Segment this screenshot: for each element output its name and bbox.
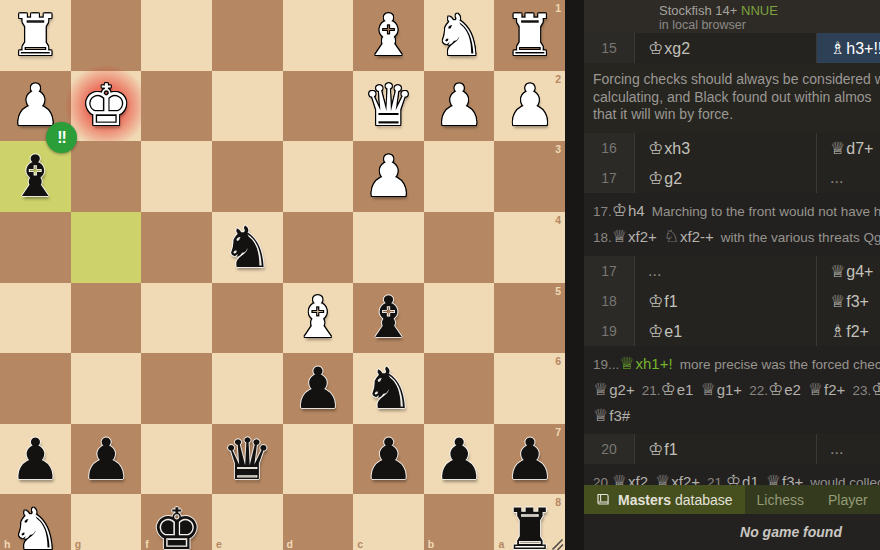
variation-move[interactable]: ♕xf2+ <box>655 473 700 486</box>
variation-move[interactable]: ♕xf2 <box>612 473 648 486</box>
white-move[interactable]: ♔f1 <box>634 286 816 316</box>
square-d1[interactable] <box>283 0 354 71</box>
square-g1[interactable] <box>71 0 142 71</box>
piece-letter-icon: ♔ <box>648 138 663 158</box>
square-d3[interactable] <box>283 141 354 212</box>
rank-label-3: 3 <box>555 143 561 155</box>
variation-move[interactable]: ♕f3+ <box>766 473 804 486</box>
square-e2[interactable] <box>212 71 283 142</box>
analysis-panel: Stockfish 14+ NNUE in local browser 15♔x… <box>565 0 880 550</box>
square-e1[interactable] <box>212 0 283 71</box>
square-g4[interactable] <box>71 212 142 283</box>
white-move[interactable]: ♔f1 <box>634 434 816 464</box>
variation-move[interactable]: ♔e1 <box>660 381 693 398</box>
piece-letter-icon: ♕ <box>830 138 845 158</box>
square-c5[interactable]: ♝ <box>353 283 424 354</box>
board-grid[interactable]: ♜♝♞♜1♟♚♛♟♟2♝♟3♞4♝♝5♟♞6♟♟♛♟♟♟7♞♚♜8 <box>0 0 565 550</box>
variation-move[interactable]: ♕xf2+ <box>612 228 657 245</box>
black-move[interactable]: ♕d7+ <box>816 133 880 163</box>
variation-line: 19...♕xh1+!more precise was the forced c… <box>593 351 880 377</box>
black-move[interactable]: ♕g4+ <box>816 256 880 286</box>
square-d2[interactable] <box>283 71 354 142</box>
piece-letter-icon: ♘ <box>664 226 679 246</box>
move-number: 15 <box>584 33 634 63</box>
variation-line: 17.♔h4Marching to the front would not ha… <box>593 198 880 224</box>
black-move[interactable]: ... <box>816 434 880 464</box>
move-row: 17♔g2... <box>584 163 880 193</box>
variation-block[interactable]: 17.♔h4Marching to the front would not ha… <box>584 193 880 256</box>
piece-black-pawn[interactable]: ♟ <box>424 424 495 495</box>
square-g7[interactable]: ♟ <box>71 424 142 495</box>
tab-label-bold: Masters <box>618 492 671 508</box>
piece-letter-icon: ♕ <box>593 405 608 425</box>
square-c2[interactable]: ♛ <box>353 71 424 142</box>
square-e6[interactable] <box>212 353 283 424</box>
rank-label-7: 7 <box>555 426 561 438</box>
rank-label-8: 8 <box>555 496 561 508</box>
square-g5[interactable] <box>71 283 142 354</box>
variation-move[interactable]: ♔h4 <box>612 202 645 219</box>
variation-line: ♕g2+21.♔e1♕g1+22.♔e2♕f2+23.♔d3♘ <box>593 377 880 403</box>
square-c7[interactable]: ♟ <box>353 424 424 495</box>
square-d7[interactable] <box>283 424 354 495</box>
piece-white-pawn[interactable]: ♟ <box>424 71 495 142</box>
square-b7[interactable]: ♟ <box>424 424 495 495</box>
file-label-b: b <box>428 538 434 550</box>
variation-text: more precise was the forced checkm <box>680 357 880 372</box>
white-move[interactable]: ♔xh3 <box>634 133 816 163</box>
black-move[interactable]: ♗f2+ <box>816 316 880 346</box>
tab-label: Player <box>828 492 868 508</box>
variation-line: 18.♕xf2+♘xf2-+with the various threats Q… <box>593 224 880 250</box>
chess-board[interactable]: ♜♝♞♜1♟♚♛♟♟2♝♟3♞4♝♝5♟♞6♟♟♛♟♟♟7♞♚♜8 hgfedc… <box>0 0 565 550</box>
square-f6[interactable] <box>141 353 212 424</box>
file-label-d: d <box>287 538 293 550</box>
variation-move[interactable]: ♔d1 <box>726 473 759 486</box>
square-b6[interactable] <box>424 353 495 424</box>
move-number: 19 <box>584 316 634 346</box>
square-h7[interactable]: ♟ <box>0 424 71 495</box>
variation-block[interactable]: 19...♕xh1+!more precise was the forced c… <box>584 346 880 434</box>
piece-letter-icon: ♕ <box>808 379 823 399</box>
piece-black-knight[interactable]: ♞ <box>353 353 424 424</box>
piece-white-queen[interactable]: ♛ <box>353 71 424 142</box>
square-d5[interactable]: ♝ <box>283 283 354 354</box>
variation-block[interactable]: 20.♕xf2♕xf2+21.♔d1♕f3+would collect to <box>584 464 880 486</box>
variation-move[interactable]: ♘xf2-+ <box>664 228 714 245</box>
comment-line: calculating, and Black found out within … <box>593 89 880 107</box>
book-icon <box>596 493 610 506</box>
move-row: 17...♕g4+ <box>584 256 880 286</box>
piece-letter-icon: ♔ <box>648 38 663 58</box>
file-label-f: f <box>145 538 149 550</box>
move-number: 16 <box>584 133 634 163</box>
square-h6[interactable] <box>0 353 71 424</box>
rank-label-5: 5 <box>555 285 561 297</box>
variation-line: ♕f3# <box>593 403 880 428</box>
square-c1[interactable]: ♝ <box>353 0 424 71</box>
square-d6[interactable]: ♟ <box>283 353 354 424</box>
square-a2[interactable]: ♟2 <box>494 71 565 142</box>
database-results: No game found <box>584 514 880 550</box>
square-e4[interactable]: ♞ <box>212 212 283 283</box>
square-c4[interactable] <box>353 212 424 283</box>
move-row: 16♔xh3♕d7+ <box>584 133 880 163</box>
square-f5[interactable] <box>141 283 212 354</box>
move-row: 19♔e1♗f2+ <box>584 316 880 346</box>
square-a4[interactable]: 4 <box>494 212 565 283</box>
piece-black-pawn[interactable]: ♟ <box>283 353 354 424</box>
square-g6[interactable] <box>71 353 142 424</box>
piece-letter-icon: ♔ <box>768 379 783 399</box>
tab-label: Lichess <box>757 492 804 508</box>
file-coordinates: hgfedcba <box>0 538 565 550</box>
variation-move[interactable]: ♕xh1+! <box>619 355 672 372</box>
variation-move[interactable]: ♔d3 <box>871 381 880 398</box>
piece-letter-icon: ♕ <box>655 471 670 486</box>
black-move[interactable]: ♕f3+ <box>816 286 880 316</box>
piece-letter-icon: ♔ <box>648 439 663 459</box>
black-move[interactable]: ... <box>816 163 880 193</box>
square-a7[interactable]: ♟7 <box>494 424 565 495</box>
no-game-found-message: No game found <box>584 524 880 540</box>
rank-label-6: 6 <box>555 355 561 367</box>
board-resize-handle[interactable] <box>551 537 564 550</box>
variation-move[interactable]: 18. <box>593 230 612 245</box>
comment-line: that it will win by force. <box>593 106 880 124</box>
white-move[interactable]: ♔e1 <box>634 316 816 346</box>
file-label-h: h <box>4 538 10 550</box>
engine-nnue-badge: NNUE <box>741 3 778 18</box>
piece-white-rook[interactable]: ♜ <box>0 0 71 71</box>
piece-letter-icon: ♗ <box>830 38 845 58</box>
piece-black-bishop[interactable]: ♝ <box>353 283 424 354</box>
square-a1[interactable]: ♜1 <box>494 0 565 71</box>
variation-move[interactable]: ♕f3# <box>593 407 630 424</box>
engine-location: in local browser <box>659 18 880 33</box>
piece-black-pawn[interactable]: ♟ <box>0 424 71 495</box>
piece-white-king[interactable]: ♚ <box>71 71 142 142</box>
black-move[interactable]: ♗h3+!! <box>816 33 880 63</box>
square-g2[interactable]: ♚ <box>71 71 142 142</box>
square-a6[interactable]: 6 <box>494 353 565 424</box>
square-b5[interactable] <box>424 283 495 354</box>
white-move[interactable]: ... <box>634 256 816 286</box>
variation-move[interactable]: 17. <box>593 204 612 219</box>
variation-move[interactable]: ♔e2 <box>768 381 801 398</box>
move-list: 15♔xg2♗h3+!!Forcing checks should always… <box>584 33 880 485</box>
square-f7[interactable] <box>141 424 212 495</box>
move-comment: Forcing checks should always be consider… <box>584 63 880 133</box>
square-a3[interactable]: 3 <box>494 141 565 212</box>
variation-move[interactable]: 21. <box>642 383 661 398</box>
move-row: 15♔xg2♗h3+!! <box>584 33 880 63</box>
variation-move[interactable]: 23. <box>852 383 871 398</box>
piece-white-bishop[interactable]: ♝ <box>283 283 354 354</box>
variation-move[interactable]: 19... <box>593 357 619 372</box>
variation-move[interactable]: ♕g2+ <box>593 381 635 398</box>
piece-white-bishop[interactable]: ♝ <box>353 0 424 71</box>
piece-letter-icon: ♕ <box>700 379 715 399</box>
piece-black-knight[interactable]: ♞ <box>212 212 283 283</box>
move-row: 20♔f1... <box>584 434 880 464</box>
variation-line: 20.♕xf2♕xf2+21.♔d1♕f3+would collect to <box>593 469 880 486</box>
variation-move[interactable]: 20. <box>593 475 612 486</box>
piece-letter-icon: ♔ <box>660 379 675 399</box>
rank-label-2: 2 <box>555 73 561 85</box>
white-move[interactable]: ♔xg2 <box>634 33 816 63</box>
variation-move[interactable]: 22. <box>749 383 768 398</box>
piece-letter-icon: ♕ <box>612 226 627 246</box>
tab-lichess[interactable]: Lichess <box>745 485 816 514</box>
square-f2[interactable] <box>141 71 212 142</box>
square-a5[interactable]: 5 <box>494 283 565 354</box>
move-number: 18 <box>584 286 634 316</box>
square-b3[interactable] <box>424 141 495 212</box>
square-e7[interactable]: ♛ <box>212 424 283 495</box>
rank-label-1: 1 <box>555 2 561 14</box>
file-label-a: a <box>498 538 504 550</box>
file-label-c: c <box>357 538 363 550</box>
lichess-analysis-screen: ♜♝♞♜1♟♚♛♟♟2♝♟3♞4♝♝5♟♞6♟♟♛♟♟♟7♞♚♜8 hgfedc… <box>0 0 880 550</box>
brilliant-move-badge: !! <box>46 122 77 153</box>
piece-letter-icon: ♕ <box>612 471 627 486</box>
move-row: 18♔f1♕f3+ <box>584 286 880 316</box>
square-e3[interactable] <box>212 141 283 212</box>
piece-letter-icon: ♔ <box>726 471 741 486</box>
piece-black-queen[interactable]: ♛ <box>212 424 283 495</box>
piece-black-pawn[interactable]: ♟ <box>353 424 424 495</box>
file-label-e: e <box>216 538 222 550</box>
piece-letter-icon: ♔ <box>612 200 627 220</box>
square-d4[interactable] <box>283 212 354 283</box>
square-b1[interactable]: ♞ <box>424 0 495 71</box>
tab-player[interactable]: Player <box>816 485 880 514</box>
variation-text: Marching to the front would not have hel <box>652 204 880 219</box>
piece-white-pawn[interactable]: ♟ <box>353 141 424 212</box>
square-e5[interactable] <box>212 283 283 354</box>
move-number: 17 <box>584 256 634 286</box>
piece-letter-icon: ♔ <box>871 379 880 399</box>
piece-white-knight[interactable]: ♞ <box>424 0 495 71</box>
square-g3[interactable] <box>71 141 142 212</box>
engine-name: Stockfish 14+ NNUE <box>659 3 880 18</box>
comment-line: Forcing checks should always be consider… <box>593 71 880 89</box>
square-h1[interactable]: ♜ <box>0 0 71 71</box>
piece-letter-icon: ♕ <box>766 471 781 486</box>
variation-move[interactable]: 21. <box>707 475 726 486</box>
rank-label-4: 4 <box>555 214 561 226</box>
piece-letter-icon: ♕ <box>593 379 608 399</box>
square-f3[interactable] <box>141 141 212 212</box>
move-number: 20 <box>584 434 634 464</box>
database-tabs: Masters database Lichess Player <box>584 485 880 514</box>
piece-letter-icon: ♕ <box>619 353 634 373</box>
square-b4[interactable] <box>424 212 495 283</box>
piece-black-pawn[interactable]: ♟ <box>71 424 142 495</box>
piece-letter-icon: ♔ <box>648 291 663 311</box>
square-b2[interactable]: ♟ <box>424 71 495 142</box>
variation-move[interactable]: ♕g1+ <box>700 381 742 398</box>
piece-letter-icon: ♗ <box>830 321 845 341</box>
piece-letter-icon: ♔ <box>648 321 663 341</box>
piece-letter-icon: ♕ <box>830 291 845 311</box>
square-f4[interactable] <box>141 212 212 283</box>
piece-letter-icon: ♔ <box>648 168 663 188</box>
piece-letter-icon: ♕ <box>830 261 845 281</box>
square-f1[interactable] <box>141 0 212 71</box>
variation-text: with the various threats Qg4+ <box>721 230 880 245</box>
variation-move[interactable]: ♕f2+ <box>808 381 846 398</box>
move-number: 17 <box>584 163 634 193</box>
square-h5[interactable] <box>0 283 71 354</box>
variation-text: would collect to <box>810 475 880 486</box>
file-label-g: g <box>75 538 81 550</box>
square-c3[interactable]: ♟ <box>353 141 424 212</box>
white-move[interactable]: ♔g2 <box>634 163 816 193</box>
engine-info[interactable]: Stockfish 14+ NNUE in local browser <box>584 0 880 33</box>
square-h4[interactable] <box>0 212 71 283</box>
square-c6[interactable]: ♞ <box>353 353 424 424</box>
tab-masters-database[interactable]: Masters database <box>584 485 745 514</box>
tab-label: database <box>675 492 733 508</box>
